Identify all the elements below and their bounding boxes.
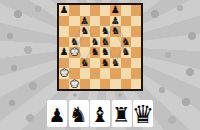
square-f1[interactable] (110, 79, 120, 90)
piece-button-knight[interactable]: ♞ (69, 100, 89, 127)
square-f7[interactable]: ♟ (110, 16, 120, 27)
square-b7[interactable] (69, 16, 79, 27)
black-knight-f3[interactable]: ♞ (111, 57, 120, 67)
square-d2[interactable] (90, 68, 100, 79)
square-e4[interactable]: ♞ (100, 47, 110, 58)
white-king-b1[interactable]: ♚ (70, 78, 79, 88)
square-f5[interactable] (110, 37, 120, 48)
black-knight-e5[interactable]: ♞ (101, 36, 110, 46)
pawn-icon: ♟ (48, 103, 65, 127)
black-pawn-f8[interactable]: ♟ (111, 5, 120, 15)
square-b3[interactable] (69, 58, 79, 69)
board-squares: ♟♟♟♟♞♞♞♞♞♞♞♟♚♞♞♞♞♞♞♚♚ (59, 5, 141, 89)
square-a8[interactable]: ♟ (59, 5, 69, 16)
square-f3[interactable]: ♞ (110, 58, 120, 69)
black-knight-e3[interactable]: ♞ (101, 57, 110, 67)
square-c5[interactable] (80, 37, 90, 48)
square-f4[interactable] (110, 47, 120, 58)
square-a7[interactable] (59, 16, 69, 27)
square-h7[interactable] (131, 16, 141, 27)
square-e1[interactable] (100, 79, 110, 90)
square-e6[interactable]: ♞ (100, 26, 110, 37)
black-knight-b5[interactable]: ♞ (70, 36, 79, 46)
piece-button-bishop[interactable]: ♝ (90, 100, 110, 127)
square-h1[interactable] (131, 79, 141, 90)
square-a4[interactable]: ♟ (59, 47, 69, 58)
square-g6[interactable] (121, 26, 131, 37)
black-knight-c3[interactable]: ♞ (80, 57, 89, 67)
square-c4[interactable] (80, 47, 90, 58)
rook-icon: ♜ (112, 103, 131, 127)
square-f6[interactable]: ♞ (110, 26, 120, 37)
square-g4[interactable]: ♞ (121, 47, 131, 58)
square-c6[interactable]: ♞ (80, 26, 90, 37)
white-king-a2[interactable]: ♚ (60, 68, 69, 78)
square-f2[interactable] (110, 68, 120, 79)
square-a2[interactable]: ♚ (59, 68, 69, 79)
square-c7[interactable]: ♟ (80, 16, 90, 27)
piece-button-rook[interactable]: ♜ (112, 100, 132, 127)
queen-icon: ♛ (132, 102, 154, 127)
square-d8[interactable] (90, 5, 100, 16)
black-knight-g4[interactable]: ♞ (121, 47, 130, 57)
piece-button-queen[interactable]: ♛ (133, 100, 153, 127)
square-e8[interactable] (100, 5, 110, 16)
square-b2[interactable] (69, 68, 79, 79)
piece-button-pawn[interactable]: ♟ (47, 100, 67, 127)
square-a3[interactable] (59, 58, 69, 69)
square-e2[interactable] (100, 68, 110, 79)
square-g1[interactable] (121, 79, 131, 90)
chess-board: ♟♟♟♟♞♞♞♞♞♞♞♟♚♞♞♞♞♞♞♚♚ (57, 3, 143, 91)
square-h5[interactable] (131, 37, 141, 48)
square-h3[interactable] (131, 58, 141, 69)
square-c2[interactable] (80, 68, 90, 79)
square-d5[interactable]: ♞ (90, 37, 100, 48)
square-e5[interactable]: ♞ (100, 37, 110, 48)
square-e7[interactable] (100, 16, 110, 27)
square-b4[interactable]: ♚ (69, 47, 79, 58)
square-d7[interactable] (90, 16, 100, 27)
app-window: ♟♟♟♟♞♞♞♞♞♞♞♟♚♞♞♞♞♞♞♚♚ ♟ ♞ ♝ ♜ ♛ (0, 0, 200, 130)
square-d4[interactable]: ♞ (90, 47, 100, 58)
square-b6[interactable] (69, 26, 79, 37)
square-e3[interactable]: ♞ (100, 58, 110, 69)
square-g7[interactable] (121, 16, 131, 27)
black-knight-e6[interactable]: ♞ (101, 26, 110, 36)
square-c1[interactable] (80, 79, 90, 90)
black-knight-e4[interactable]: ♞ (101, 47, 110, 57)
square-a1[interactable] (59, 79, 69, 90)
square-g2[interactable] (121, 68, 131, 79)
black-pawn-c7[interactable]: ♟ (80, 15, 89, 25)
square-d3[interactable] (90, 58, 100, 69)
black-knight-f6[interactable]: ♞ (111, 26, 120, 36)
black-knight-d5[interactable]: ♞ (90, 36, 99, 46)
black-knight-d4[interactable]: ♞ (90, 47, 99, 57)
square-a5[interactable] (59, 37, 69, 48)
square-b1[interactable]: ♚ (69, 79, 79, 90)
bishop-icon: ♝ (91, 103, 110, 127)
square-g3[interactable] (121, 58, 131, 69)
square-b5[interactable]: ♞ (69, 37, 79, 48)
square-h6[interactable] (131, 26, 141, 37)
white-king-b4[interactable]: ♚ (70, 47, 79, 57)
square-g8[interactable] (121, 5, 131, 16)
knight-icon: ♞ (69, 103, 88, 127)
square-d1[interactable] (90, 79, 100, 90)
square-b8[interactable] (69, 5, 79, 16)
black-knight-c6[interactable]: ♞ (80, 26, 89, 36)
black-pawn-a8[interactable]: ♟ (60, 5, 69, 15)
square-f8[interactable]: ♟ (110, 5, 120, 16)
piece-selector: ♟ ♞ ♝ ♜ ♛ (47, 100, 153, 127)
square-d6[interactable] (90, 26, 100, 37)
black-pawn-a4[interactable]: ♟ (60, 47, 69, 57)
square-g5[interactable]: ♞ (121, 37, 131, 48)
square-h2[interactable] (131, 68, 141, 79)
black-pawn-f7[interactable]: ♟ (111, 15, 120, 25)
square-h4[interactable] (131, 47, 141, 58)
black-knight-g5[interactable]: ♞ (121, 36, 130, 46)
square-a6[interactable] (59, 26, 69, 37)
square-c3[interactable]: ♞ (80, 58, 90, 69)
square-c8[interactable] (80, 5, 90, 16)
square-h8[interactable] (131, 5, 141, 16)
